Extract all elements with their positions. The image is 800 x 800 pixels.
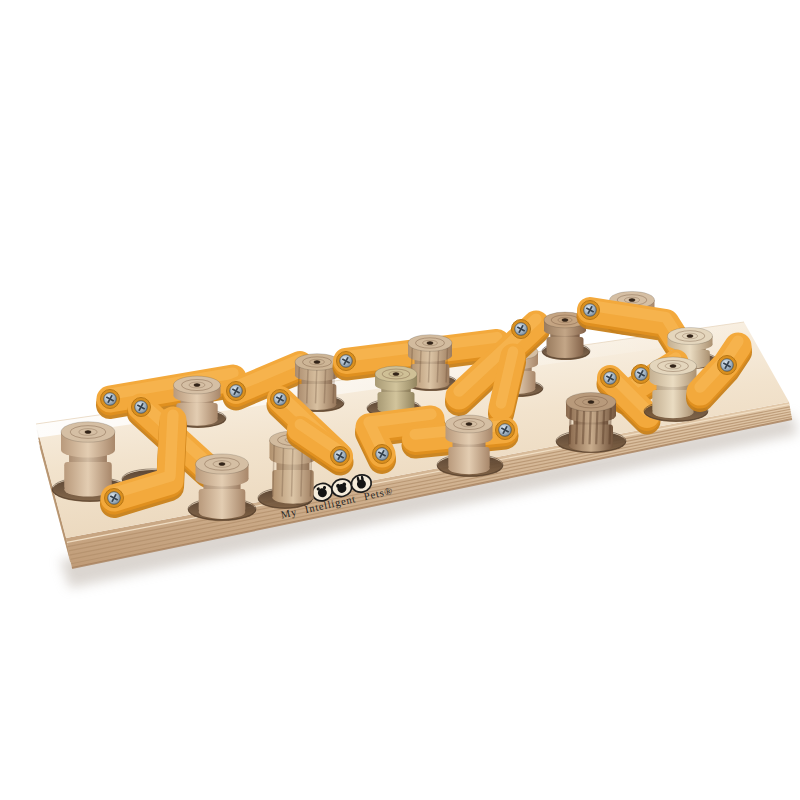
pivot-screw bbox=[496, 421, 515, 440]
wooden-peg bbox=[566, 393, 616, 452]
pivot-screw bbox=[601, 369, 620, 388]
photo-stage: My Intelligent Pets® bbox=[0, 0, 800, 800]
wooden-peg bbox=[295, 354, 339, 410]
pivot-screw bbox=[331, 447, 350, 466]
pivot-screw bbox=[271, 390, 290, 409]
product-photo: My Intelligent Pets® bbox=[0, 0, 800, 800]
pivot-screw bbox=[132, 398, 151, 417]
swing-arm bbox=[501, 352, 513, 415]
pivot-screw bbox=[718, 356, 737, 375]
pivot-screw bbox=[373, 445, 392, 464]
pivot-screw bbox=[632, 365, 651, 384]
pivot-screw bbox=[337, 352, 356, 371]
pivot-screw bbox=[101, 390, 120, 409]
pivot-screw bbox=[581, 301, 600, 320]
pivot-screw bbox=[227, 382, 246, 401]
pivot-screw bbox=[105, 489, 124, 508]
pivot-screw bbox=[512, 320, 531, 339]
